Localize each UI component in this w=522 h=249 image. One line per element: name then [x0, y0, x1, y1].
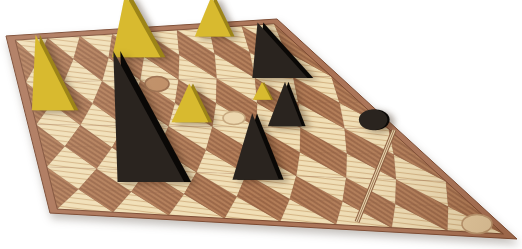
black-pyramid[interactable]: ▲▲ — [230, 123, 283, 183]
black-piece-face: ▲ — [228, 96, 279, 183]
product-photo: ▲▲▲▲▲▲▲▲▲▲▲▲▲▲●●▲▲▲▲ — [0, 0, 522, 249]
black-piece-face: ▲ — [70, 18, 186, 189]
black-pyramid[interactable]: ▲▲ — [115, 71, 191, 189]
yellow-pyramid[interactable]: ▲▲ — [30, 46, 78, 114]
black-piece-face: ● — [357, 104, 390, 131]
black-disc[interactable]: ●● — [360, 112, 387, 131]
pieces-layer: ▲▲▲▲▲▲▲▲▲▲▲▲▲▲●●▲▲▲▲ — [0, 0, 522, 249]
